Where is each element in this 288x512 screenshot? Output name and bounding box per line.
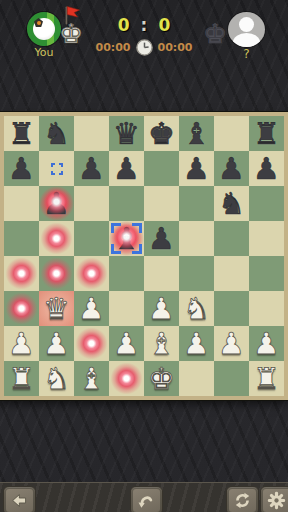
square-b2[interactable]: ♟ <box>39 326 74 361</box>
square-a3[interactable] <box>4 291 39 326</box>
square-g3[interactable] <box>214 291 249 326</box>
square-f6[interactable] <box>179 186 214 221</box>
black-pawn-g7[interactable]: ♟ <box>218 151 245 186</box>
square-b6[interactable]: ♟ <box>39 186 74 221</box>
chess-board[interactable]: ♜♞♛♚♝♜♟♟♟♟♟♟♟♞♝♟♛♟♟♞♟♟♟♝♟♟♟♜♞♝♚♜ <box>0 112 288 400</box>
undo-button[interactable] <box>130 486 163 512</box>
square-h2[interactable]: ♟ <box>249 326 284 361</box>
square-e8[interactable]: ♚ <box>144 116 179 151</box>
square-h5[interactable] <box>249 221 284 256</box>
last-move-from-marker <box>51 163 63 175</box>
legal-move-dot[interactable] <box>74 256 109 291</box>
legal-move-dot[interactable] <box>4 291 39 326</box>
square-a4[interactable] <box>4 256 39 291</box>
square-f4[interactable] <box>179 256 214 291</box>
square-f3[interactable]: ♞ <box>179 291 214 326</box>
square-e5[interactable]: ♟ <box>144 221 179 256</box>
square-d7[interactable]: ♟ <box>109 151 144 186</box>
square-g8[interactable] <box>214 116 249 151</box>
gear-icon <box>267 491 286 510</box>
black-pawn-c7[interactable]: ♟ <box>78 151 105 186</box>
black-knight-b8[interactable]: ♞ <box>43 116 70 151</box>
black-rook-a8[interactable]: ♜ <box>8 116 35 151</box>
legal-move-dot[interactable] <box>4 256 39 291</box>
square-e7[interactable] <box>144 151 179 186</box>
square-c7[interactable]: ♟ <box>74 151 109 186</box>
black-pawn-a7[interactable]: ♟ <box>8 151 35 186</box>
square-b7[interactable] <box>39 151 74 186</box>
player-avatar-opponent[interactable] <box>228 12 265 47</box>
square-d8[interactable]: ♛ <box>109 116 144 151</box>
app-screen: ♚ You 0 : 0 00:00 00:00 ♚ ? ♜♞♛♚♝♜♟♟♟♟ <box>0 0 288 512</box>
white-pawn-c3[interactable]: ♟ <box>78 291 105 326</box>
white-pawn-e3[interactable]: ♟ <box>148 291 175 326</box>
square-c2[interactable] <box>74 326 109 361</box>
square-a1[interactable]: ♜ <box>4 361 39 396</box>
square-b1[interactable]: ♞ <box>39 361 74 396</box>
square-g2[interactable]: ♟ <box>214 326 249 361</box>
square-c1[interactable]: ♝ <box>74 361 109 396</box>
square-h7[interactable]: ♟ <box>249 151 284 186</box>
black-bishop-f8[interactable]: ♝ <box>183 116 210 151</box>
rotate-icon <box>233 491 252 510</box>
timer-right: 00:00 <box>158 41 193 54</box>
square-a5[interactable] <box>4 221 39 256</box>
legal-move-dot[interactable] <box>109 361 144 396</box>
white-pawn-d2[interactable]: ♟ <box>113 326 140 361</box>
black-pawn-e5[interactable]: ♟ <box>148 221 175 256</box>
black-queen-d8[interactable]: ♛ <box>113 116 140 151</box>
undo-arrow-icon <box>137 491 156 510</box>
black-king-icon: ♚ <box>201 20 229 48</box>
settings-button[interactable] <box>260 486 288 512</box>
white-pawn-a2[interactable]: ♟ <box>8 326 35 361</box>
white-king-e1[interactable]: ♚ <box>148 361 175 396</box>
player-name-opponent: ? <box>228 47 265 61</box>
black-rook-h8[interactable]: ♜ <box>253 116 280 151</box>
square-g4[interactable] <box>214 256 249 291</box>
square-d2[interactable]: ♟ <box>109 326 144 361</box>
capture-glow-hotspot <box>39 186 74 221</box>
square-e3[interactable]: ♟ <box>144 291 179 326</box>
square-b3[interactable]: ♛ <box>39 291 74 326</box>
clock-icon <box>136 39 153 56</box>
rotate-button[interactable] <box>226 486 259 512</box>
person-silhouette-icon <box>239 17 254 32</box>
square-g7[interactable]: ♟ <box>214 151 249 186</box>
score-left: 0 <box>118 15 130 35</box>
white-pawn-g2[interactable]: ♟ <box>218 326 245 361</box>
square-f1[interactable] <box>179 361 214 396</box>
square-h3[interactable] <box>249 291 284 326</box>
white-rook-a1[interactable]: ♜ <box>8 361 35 396</box>
square-a7[interactable]: ♟ <box>4 151 39 186</box>
back-button[interactable] <box>3 486 36 512</box>
square-e4[interactable] <box>144 256 179 291</box>
white-pawn-h2[interactable]: ♟ <box>253 326 280 361</box>
square-e1[interactable]: ♚ <box>144 361 179 396</box>
white-bishop-c1[interactable]: ♝ <box>78 361 105 396</box>
square-g5[interactable] <box>214 221 249 256</box>
white-queen-b3[interactable]: ♛ <box>43 291 70 326</box>
square-c6[interactable] <box>74 186 109 221</box>
score-separator: : <box>141 15 148 35</box>
square-e2[interactable]: ♝ <box>144 326 179 361</box>
square-c8[interactable] <box>74 116 109 151</box>
white-knight-f3[interactable]: ♞ <box>183 291 210 326</box>
square-f2[interactable]: ♟ <box>179 326 214 361</box>
legal-move-dot[interactable] <box>39 256 74 291</box>
square-g6[interactable]: ♞ <box>214 186 249 221</box>
black-knight-g6[interactable]: ♞ <box>218 186 245 221</box>
square-c5[interactable] <box>74 221 109 256</box>
square-f5[interactable] <box>179 221 214 256</box>
black-pawn-f7[interactable]: ♟ <box>183 151 210 186</box>
square-b5[interactable] <box>39 221 74 256</box>
square-a2[interactable]: ♟ <box>4 326 39 361</box>
square-h6[interactable] <box>249 186 284 221</box>
square-h1[interactable]: ♜ <box>249 361 284 396</box>
toolbar <box>0 482 288 512</box>
score-right: 0 <box>158 15 170 35</box>
left-arrow-icon <box>10 491 29 510</box>
square-a6[interactable] <box>4 186 39 221</box>
legal-move-dot[interactable] <box>39 221 74 256</box>
white-pawn-f2[interactable]: ♟ <box>183 326 210 361</box>
square-d4[interactable] <box>109 256 144 291</box>
square-c3[interactable]: ♟ <box>74 291 109 326</box>
square-e6[interactable] <box>144 186 179 221</box>
square-d1[interactable] <box>109 361 144 396</box>
square-d6[interactable] <box>109 186 144 221</box>
black-king-e8[interactable]: ♚ <box>148 116 175 151</box>
white-bishop-e2[interactable]: ♝ <box>148 326 175 361</box>
black-pawn-h7[interactable]: ♟ <box>253 151 280 186</box>
square-h4[interactable] <box>249 256 284 291</box>
white-knight-b1[interactable]: ♞ <box>43 361 70 396</box>
square-a8[interactable]: ♜ <box>4 116 39 151</box>
square-d3[interactable] <box>109 291 144 326</box>
black-pawn-d7[interactable]: ♟ <box>113 151 140 186</box>
square-g1[interactable] <box>214 361 249 396</box>
square-b4[interactable] <box>39 256 74 291</box>
square-b8[interactable]: ♞ <box>39 116 74 151</box>
white-pawn-b2[interactable]: ♟ <box>43 326 70 361</box>
white-rook-h1[interactable]: ♜ <box>253 361 280 396</box>
last-move-to-marker <box>109 221 144 256</box>
legal-move-dot[interactable] <box>74 326 109 361</box>
square-c4[interactable] <box>74 256 109 291</box>
square-h8[interactable]: ♜ <box>249 116 284 151</box>
timer-left: 00:00 <box>95 41 130 54</box>
square-f7[interactable]: ♟ <box>179 151 214 186</box>
square-d5[interactable]: ♝ <box>109 221 144 256</box>
square-f8[interactable]: ♝ <box>179 116 214 151</box>
